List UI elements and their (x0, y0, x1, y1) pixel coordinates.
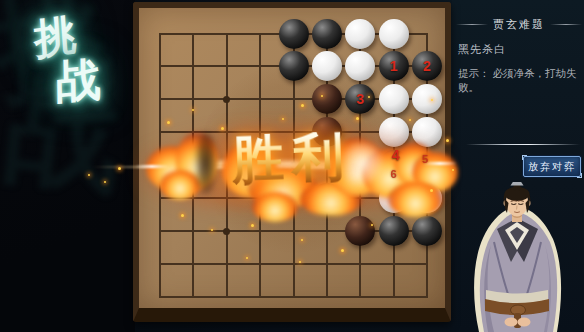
stone-black-c7r7 (345, 216, 375, 246)
stone-black-c9r2 (412, 51, 442, 81)
grid-line-h (159, 263, 428, 265)
stone-black-c5r2 (279, 51, 309, 81)
puzzle-title-row: 贾玄难题 (456, 17, 582, 32)
stone-white-c8r4 (379, 117, 409, 147)
stone-white-c8r1 (379, 19, 409, 49)
go-board[interactable] (133, 2, 451, 322)
panel-divider (466, 144, 580, 145)
info-panel: 贾玄难题 黑先杀白 提示： 必须净杀，打劫失败。 放弃对弈 (452, 0, 584, 332)
challenge-pane: 挑战 挑战 (0, 0, 135, 332)
stone-white-c8r3 (379, 84, 409, 114)
title-divider-right (550, 24, 582, 25)
grid-line-h (159, 296, 428, 298)
stone-black-c8r7 (379, 216, 409, 246)
stone-white-c7r2 (345, 51, 375, 81)
stone-white-c7r1 (345, 19, 375, 49)
star-point (290, 162, 297, 169)
stone-white-c6r2 (312, 51, 342, 81)
task-text: 黑先杀白 (458, 42, 506, 57)
game-screen: 挑战 挑战 胜利 123456 贾玄难题 黑先杀白 提示： 必须净杀，打劫失败。… (0, 0, 584, 332)
hint-text: 提示： 必须净杀，打劫失败。 (458, 66, 580, 94)
challenge-character: 战 (56, 56, 102, 105)
character-portrait (450, 182, 584, 332)
star-point (223, 228, 230, 235)
stone-black-c5r1 (279, 19, 309, 49)
stone-black-c6r3 (312, 84, 342, 114)
challenge-character: 挑 (33, 13, 78, 61)
stone-black-c6r1 (312, 19, 342, 49)
stone-black-c6r6 (312, 183, 342, 213)
puzzle-title: 贾玄难题 (493, 17, 545, 32)
title-divider-left (456, 24, 488, 25)
stone-black-c7r3 (345, 84, 375, 114)
stone-black-c6r4 (312, 117, 342, 147)
stone-black-c9r7 (412, 216, 442, 246)
stone-black-c8r5 (379, 150, 409, 180)
stone-white-c9r3 (412, 84, 442, 114)
stone-black-c8r2 (379, 51, 409, 81)
give-up-button[interactable]: 放弃对弈 (523, 156, 581, 177)
star-point (223, 96, 230, 103)
stone-white-c9r6 (412, 183, 442, 213)
stone-white-c9r4 (412, 117, 442, 147)
stone-white-c8r6 (379, 183, 409, 213)
stone-white-c7r5 (345, 150, 375, 180)
